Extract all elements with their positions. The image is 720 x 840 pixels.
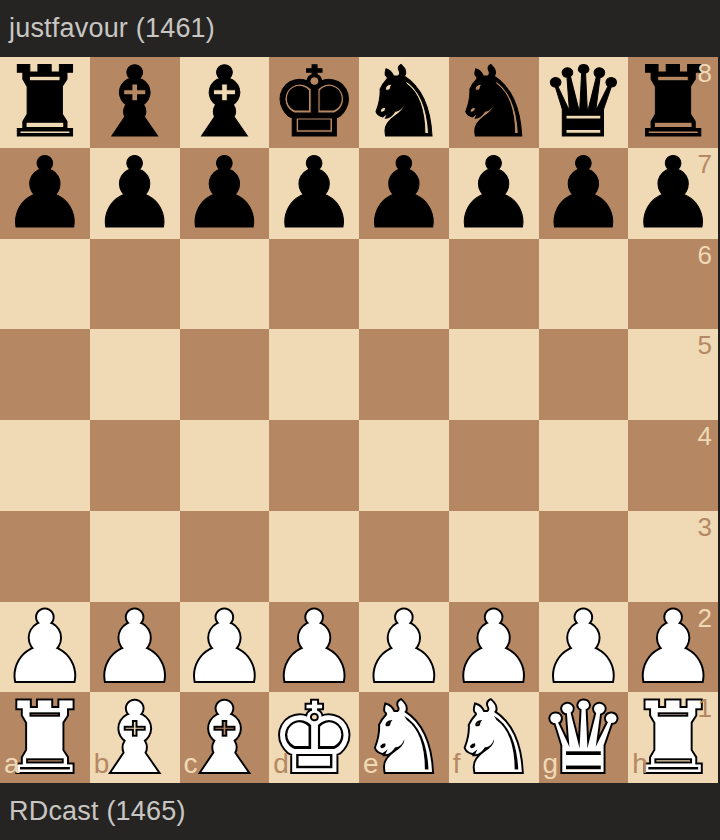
piece-black-queen[interactable]: ♛ xyxy=(539,57,629,148)
square-h2[interactable]: ♟2 xyxy=(628,602,718,693)
piece-black-pawn[interactable]: ♟ xyxy=(449,148,539,239)
square-g5[interactable] xyxy=(539,329,629,420)
square-a3[interactable] xyxy=(0,511,90,602)
piece-white-pawn[interactable]: ♟ xyxy=(180,602,270,693)
piece-black-pawn[interactable]: ♟ xyxy=(269,148,359,239)
square-f8[interactable]: ♞ xyxy=(449,57,539,148)
square-d8[interactable]: ♚ xyxy=(269,57,359,148)
square-a4[interactable] xyxy=(0,420,90,511)
piece-white-bishop[interactable]: ♝ xyxy=(90,692,180,783)
square-d2[interactable]: ♟ xyxy=(269,602,359,693)
top-player-label: justfavour (1461) xyxy=(9,13,215,44)
square-b3[interactable] xyxy=(90,511,180,602)
square-g4[interactable] xyxy=(539,420,629,511)
square-b7[interactable]: ♟ xyxy=(90,148,180,239)
square-a5[interactable] xyxy=(0,329,90,420)
piece-white-queen[interactable]: ♛ xyxy=(539,692,629,783)
piece-black-pawn[interactable]: ♟ xyxy=(90,148,180,239)
piece-black-pawn[interactable]: ♟ xyxy=(180,148,270,239)
piece-white-pawn[interactable]: ♟ xyxy=(449,602,539,693)
square-d4[interactable] xyxy=(269,420,359,511)
square-e1[interactable]: ♞e xyxy=(359,692,449,783)
square-c7[interactable]: ♟ xyxy=(180,148,270,239)
piece-white-pawn[interactable]: ♟ xyxy=(359,602,449,693)
piece-white-pawn[interactable]: ♟ xyxy=(628,602,718,693)
square-f2[interactable]: ♟ xyxy=(449,602,539,693)
square-h1[interactable]: ♜1h xyxy=(628,692,718,783)
square-c1[interactable]: ♝c xyxy=(180,692,270,783)
square-g6[interactable] xyxy=(539,239,629,330)
square-f7[interactable]: ♟ xyxy=(449,148,539,239)
square-c6[interactable] xyxy=(180,239,270,330)
square-b4[interactable] xyxy=(90,420,180,511)
square-f3[interactable] xyxy=(449,511,539,602)
square-h5[interactable]: 5 xyxy=(628,329,718,420)
piece-white-king[interactable]: ♚ xyxy=(269,692,359,783)
square-c3[interactable] xyxy=(180,511,270,602)
square-b1[interactable]: ♝b xyxy=(90,692,180,783)
square-e4[interactable] xyxy=(359,420,449,511)
piece-black-rook[interactable]: ♜ xyxy=(628,57,718,148)
piece-white-pawn[interactable]: ♟ xyxy=(90,602,180,693)
square-g2[interactable]: ♟ xyxy=(539,602,629,693)
square-h6[interactable]: 6 xyxy=(628,239,718,330)
chess-board[interactable]: ♜♝♝♚♞♞♛♜8♟♟♟♟♟♟♟♟76543♟♟♟♟♟♟♟♟2♜a♝b♝c♚d♞… xyxy=(0,57,720,783)
square-c8[interactable]: ♝ xyxy=(180,57,270,148)
square-b2[interactable]: ♟ xyxy=(90,602,180,693)
square-c5[interactable] xyxy=(180,329,270,420)
square-f4[interactable] xyxy=(449,420,539,511)
piece-white-pawn[interactable]: ♟ xyxy=(269,602,359,693)
square-d6[interactable] xyxy=(269,239,359,330)
square-d7[interactable]: ♟ xyxy=(269,148,359,239)
square-e2[interactable]: ♟ xyxy=(359,602,449,693)
square-h7[interactable]: ♟7 xyxy=(628,148,718,239)
piece-black-bishop[interactable]: ♝ xyxy=(180,57,270,148)
piece-white-pawn[interactable]: ♟ xyxy=(539,602,629,693)
square-b5[interactable] xyxy=(90,329,180,420)
square-f6[interactable] xyxy=(449,239,539,330)
square-a8[interactable]: ♜ xyxy=(0,57,90,148)
square-b6[interactable] xyxy=(90,239,180,330)
square-e6[interactable] xyxy=(359,239,449,330)
square-e7[interactable]: ♟ xyxy=(359,148,449,239)
square-e5[interactable] xyxy=(359,329,449,420)
square-b8[interactable]: ♝ xyxy=(90,57,180,148)
coord-rank-4: 4 xyxy=(698,423,712,449)
square-a2[interactable]: ♟ xyxy=(0,602,90,693)
square-a1[interactable]: ♜a xyxy=(0,692,90,783)
coord-rank-3: 3 xyxy=(698,514,712,540)
square-c4[interactable] xyxy=(180,420,270,511)
piece-black-rook[interactable]: ♜ xyxy=(0,57,90,148)
square-f5[interactable] xyxy=(449,329,539,420)
piece-black-pawn[interactable]: ♟ xyxy=(628,148,718,239)
square-g7[interactable]: ♟ xyxy=(539,148,629,239)
piece-black-pawn[interactable]: ♟ xyxy=(539,148,629,239)
piece-white-rook[interactable]: ♜ xyxy=(0,692,90,783)
square-d5[interactable] xyxy=(269,329,359,420)
piece-white-knight[interactable]: ♞ xyxy=(359,692,449,783)
square-a6[interactable] xyxy=(0,239,90,330)
square-h4[interactable]: 4 xyxy=(628,420,718,511)
piece-white-rook[interactable]: ♜ xyxy=(628,692,718,783)
piece-black-pawn[interactable]: ♟ xyxy=(0,148,90,239)
square-e3[interactable] xyxy=(359,511,449,602)
piece-white-pawn[interactable]: ♟ xyxy=(0,602,90,693)
square-d1[interactable]: ♚d xyxy=(269,692,359,783)
piece-black-king[interactable]: ♚ xyxy=(269,57,359,148)
square-g8[interactable]: ♛ xyxy=(539,57,629,148)
square-c2[interactable]: ♟ xyxy=(180,602,270,693)
square-a7[interactable]: ♟ xyxy=(0,148,90,239)
square-h3[interactable]: 3 xyxy=(628,511,718,602)
piece-black-bishop[interactable]: ♝ xyxy=(90,57,180,148)
square-d3[interactable] xyxy=(269,511,359,602)
piece-black-pawn[interactable]: ♟ xyxy=(359,148,449,239)
square-g3[interactable] xyxy=(539,511,629,602)
piece-white-knight[interactable]: ♞ xyxy=(449,692,539,783)
square-f1[interactable]: ♞f xyxy=(449,692,539,783)
piece-white-bishop[interactable]: ♝ xyxy=(180,692,270,783)
square-h8[interactable]: ♜8 xyxy=(628,57,718,148)
square-e8[interactable]: ♞ xyxy=(359,57,449,148)
coord-rank-5: 5 xyxy=(698,332,712,358)
square-g1[interactable]: ♛g xyxy=(539,692,629,783)
piece-black-knight[interactable]: ♞ xyxy=(449,57,539,148)
piece-black-knight[interactable]: ♞ xyxy=(359,57,449,148)
bottom-player-label: RDcast (1465) xyxy=(9,796,186,827)
